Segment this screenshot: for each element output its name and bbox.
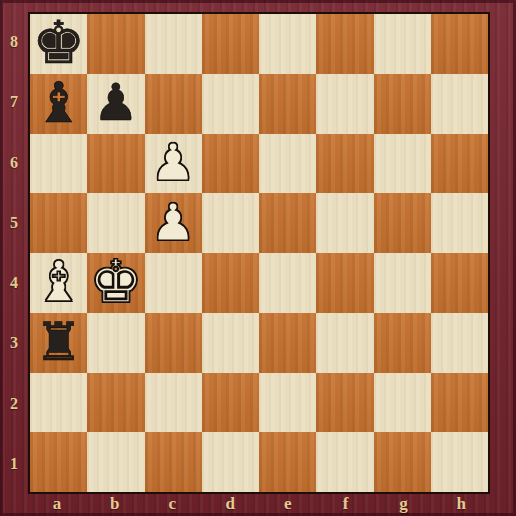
rank-label-4: 4 <box>0 253 28 313</box>
rank-label-8: 8 <box>0 12 28 72</box>
square-a2[interactable] <box>30 373 87 433</box>
square-g6[interactable] <box>374 134 431 194</box>
rank-label-2: 2 <box>0 374 28 434</box>
square-b4[interactable]: ♚ <box>87 253 144 313</box>
square-e1[interactable] <box>259 432 316 492</box>
square-h6[interactable] <box>431 134 488 194</box>
square-f8[interactable] <box>316 14 373 74</box>
file-labels: abcdefgh <box>28 494 490 514</box>
square-g3[interactable] <box>374 313 431 373</box>
square-c4[interactable] <box>145 253 202 313</box>
square-d6[interactable] <box>202 134 259 194</box>
square-e3[interactable] <box>259 313 316 373</box>
file-label-c: c <box>144 494 202 514</box>
square-g4[interactable] <box>374 253 431 313</box>
square-a7[interactable]: ♝ <box>30 74 87 134</box>
square-h4[interactable] <box>431 253 488 313</box>
square-h8[interactable] <box>431 14 488 74</box>
square-d7[interactable] <box>202 74 259 134</box>
square-h3[interactable] <box>431 313 488 373</box>
square-g7[interactable] <box>374 74 431 134</box>
file-label-f: f <box>317 494 375 514</box>
piece-white-bishop[interactable]: ♝ <box>34 254 84 310</box>
square-f2[interactable] <box>316 373 373 433</box>
chess-board-frame: 87654321 ♚♝♟♟♟♝♚♜ abcdefgh <box>0 0 516 516</box>
rank-label-3: 3 <box>0 313 28 373</box>
piece-black-bishop[interactable]: ♝ <box>34 75 84 131</box>
rank-label-5: 5 <box>0 193 28 253</box>
square-f4[interactable] <box>316 253 373 313</box>
square-e2[interactable] <box>259 373 316 433</box>
square-c7[interactable] <box>145 74 202 134</box>
rank-label-1: 1 <box>0 434 28 494</box>
square-c5[interactable]: ♟ <box>145 193 202 253</box>
square-g2[interactable] <box>374 373 431 433</box>
square-e5[interactable] <box>259 193 316 253</box>
square-g1[interactable] <box>374 432 431 492</box>
square-b6[interactable] <box>87 134 144 194</box>
file-label-g: g <box>375 494 433 514</box>
square-e7[interactable] <box>259 74 316 134</box>
file-label-d: d <box>201 494 259 514</box>
square-f7[interactable] <box>316 74 373 134</box>
square-h1[interactable] <box>431 432 488 492</box>
file-label-b: b <box>86 494 144 514</box>
square-d1[interactable] <box>202 432 259 492</box>
chess-board: ♚♝♟♟♟♝♚♜ <box>28 12 490 494</box>
square-f5[interactable] <box>316 193 373 253</box>
square-b5[interactable] <box>87 193 144 253</box>
piece-black-pawn[interactable]: ♟ <box>93 77 139 128</box>
square-f1[interactable] <box>316 432 373 492</box>
square-c2[interactable] <box>145 373 202 433</box>
piece-white-pawn[interactable]: ♟ <box>150 137 196 188</box>
square-b8[interactable] <box>87 14 144 74</box>
rank-labels: 87654321 <box>0 12 28 494</box>
square-b1[interactable] <box>87 432 144 492</box>
square-e8[interactable] <box>259 14 316 74</box>
rank-label-6: 6 <box>0 133 28 193</box>
square-a6[interactable] <box>30 134 87 194</box>
square-g5[interactable] <box>374 193 431 253</box>
square-h5[interactable] <box>431 193 488 253</box>
square-c3[interactable] <box>145 313 202 373</box>
file-label-h: h <box>432 494 490 514</box>
square-a8[interactable]: ♚ <box>30 14 87 74</box>
piece-white-king[interactable]: ♚ <box>89 252 142 311</box>
square-f6[interactable] <box>316 134 373 194</box>
square-d4[interactable] <box>202 253 259 313</box>
rank-label-7: 7 <box>0 72 28 132</box>
square-b2[interactable] <box>87 373 144 433</box>
square-b3[interactable] <box>87 313 144 373</box>
square-d5[interactable] <box>202 193 259 253</box>
square-a4[interactable]: ♝ <box>30 253 87 313</box>
square-d3[interactable] <box>202 313 259 373</box>
square-e4[interactable] <box>259 253 316 313</box>
square-a3[interactable]: ♜ <box>30 313 87 373</box>
square-a1[interactable] <box>30 432 87 492</box>
square-h7[interactable] <box>431 74 488 134</box>
square-e6[interactable] <box>259 134 316 194</box>
square-g8[interactable] <box>374 14 431 74</box>
square-c1[interactable] <box>145 432 202 492</box>
piece-black-king[interactable]: ♚ <box>32 13 85 72</box>
square-a5[interactable] <box>30 193 87 253</box>
file-label-a: a <box>28 494 86 514</box>
square-c6[interactable]: ♟ <box>145 134 202 194</box>
square-b7[interactable]: ♟ <box>87 74 144 134</box>
file-label-e: e <box>259 494 317 514</box>
piece-white-pawn[interactable]: ♟ <box>150 197 196 248</box>
square-d8[interactable] <box>202 14 259 74</box>
square-f3[interactable] <box>316 313 373 373</box>
square-d2[interactable] <box>202 373 259 433</box>
piece-black-rook[interactable]: ♜ <box>35 315 83 368</box>
square-h2[interactable] <box>431 373 488 433</box>
square-c8[interactable] <box>145 14 202 74</box>
